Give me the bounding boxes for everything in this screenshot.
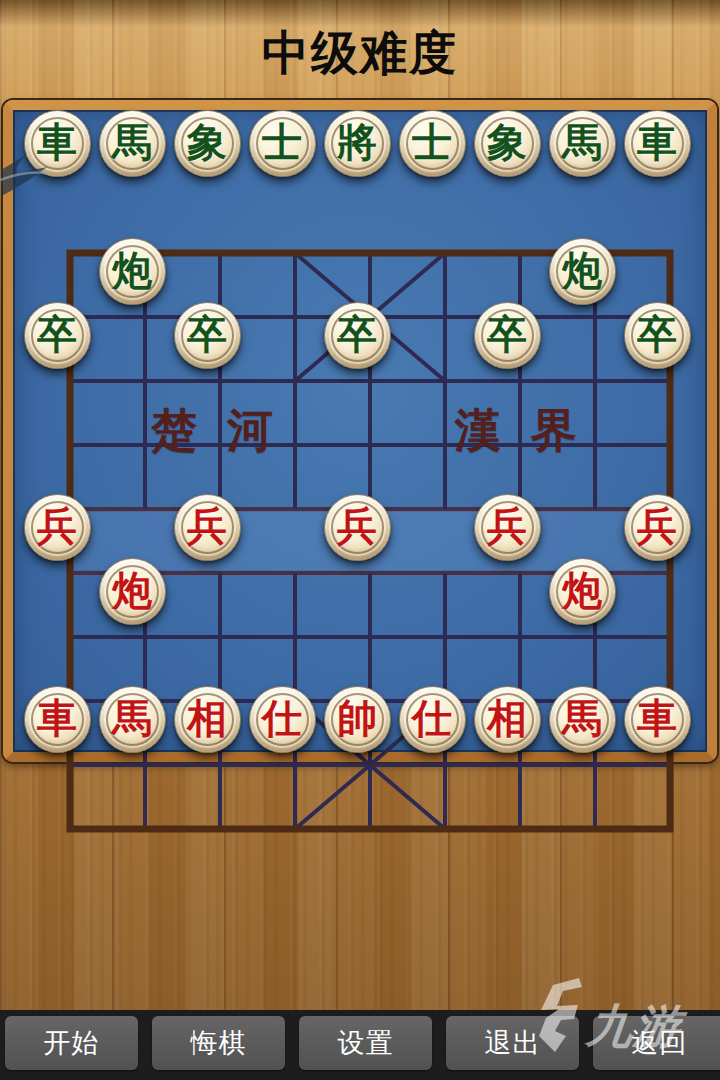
piece-black-士[interactable]: 士 [399, 110, 466, 177]
bottom-toolbar: 开始 悔棋 设置 退出 返回 [0, 1010, 720, 1080]
piece-red-兵[interactable]: 兵 [24, 494, 91, 561]
piece-red-兵[interactable]: 兵 [474, 494, 541, 561]
piece-glyph: 象 [175, 111, 240, 176]
piece-glyph: 仕 [250, 687, 315, 752]
piece-glyph: 炮 [550, 239, 615, 304]
piece-red-車[interactable]: 車 [24, 686, 91, 753]
piece-black-馬[interactable]: 馬 [99, 110, 166, 177]
piece-glyph: 卒 [175, 303, 240, 368]
river-label-left: 楚河 [121, 400, 303, 462]
piece-red-相[interactable]: 相 [474, 686, 541, 753]
piece-red-相[interactable]: 相 [174, 686, 241, 753]
piece-glyph: 炮 [550, 559, 615, 624]
back-button[interactable]: 返回 [593, 1016, 720, 1070]
piece-red-兵[interactable]: 兵 [174, 494, 241, 561]
piece-glyph: 兵 [625, 495, 690, 560]
piece-glyph: 車 [25, 687, 90, 752]
piece-black-卒[interactable]: 卒 [474, 302, 541, 369]
piece-glyph: 兵 [475, 495, 540, 560]
piece-glyph: 帥 [325, 687, 390, 752]
piece-red-車[interactable]: 車 [624, 686, 691, 753]
piece-glyph: 馬 [550, 111, 615, 176]
piece-glyph: 車 [625, 111, 690, 176]
piece-glyph: 士 [400, 111, 465, 176]
piece-black-象[interactable]: 象 [174, 110, 241, 177]
settings-button[interactable]: 设置 [299, 1016, 432, 1070]
piece-glyph: 卒 [325, 303, 390, 368]
piece-black-車[interactable]: 車 [624, 110, 691, 177]
piece-red-兵[interactable]: 兵 [624, 494, 691, 561]
piece-glyph: 將 [325, 111, 390, 176]
piece-glyph: 車 [625, 687, 690, 752]
piece-black-卒[interactable]: 卒 [624, 302, 691, 369]
xiangqi-board[interactable]: 楚河 漢界 車馬象士將士象馬車炮炮卒卒卒卒卒兵兵兵兵兵炮炮車馬相仕帥仕相馬車 [3, 100, 717, 762]
piece-glyph: 卒 [625, 303, 690, 368]
piece-black-馬[interactable]: 馬 [549, 110, 616, 177]
piece-glyph: 炮 [100, 239, 165, 304]
piece-red-馬[interactable]: 馬 [549, 686, 616, 753]
piece-black-炮[interactable]: 炮 [99, 238, 166, 305]
piece-glyph: 兵 [25, 495, 90, 560]
piece-black-卒[interactable]: 卒 [174, 302, 241, 369]
piece-glyph: 馬 [550, 687, 615, 752]
piece-black-士[interactable]: 士 [249, 110, 316, 177]
piece-black-將[interactable]: 將 [324, 110, 391, 177]
piece-red-兵[interactable]: 兵 [324, 494, 391, 561]
piece-red-炮[interactable]: 炮 [99, 558, 166, 625]
difficulty-title: 中级难度 [0, 22, 720, 85]
piece-glyph: 士 [250, 111, 315, 176]
piece-red-馬[interactable]: 馬 [99, 686, 166, 753]
piece-glyph: 仕 [400, 687, 465, 752]
start-button[interactable]: 开始 [5, 1016, 138, 1070]
piece-glyph: 馬 [100, 111, 165, 176]
piece-glyph: 卒 [475, 303, 540, 368]
piece-red-仕[interactable]: 仕 [399, 686, 466, 753]
piece-black-卒[interactable]: 卒 [24, 302, 91, 369]
piece-glyph: 兵 [325, 495, 390, 560]
piece-glyph: 炮 [100, 559, 165, 624]
river-label-right: 漢界 [425, 400, 607, 462]
piece-glyph: 相 [175, 687, 240, 752]
piece-glyph: 相 [475, 687, 540, 752]
piece-red-仕[interactable]: 仕 [249, 686, 316, 753]
piece-glyph: 象 [475, 111, 540, 176]
piece-red-帥[interactable]: 帥 [324, 686, 391, 753]
piece-glyph: 兵 [175, 495, 240, 560]
piece-black-象[interactable]: 象 [474, 110, 541, 177]
exit-button[interactable]: 退出 [446, 1016, 579, 1070]
xiangqi-app-screen: 中级难度 [0, 0, 720, 1080]
undo-button[interactable]: 悔棋 [152, 1016, 285, 1070]
piece-black-卒[interactable]: 卒 [324, 302, 391, 369]
piece-glyph: 馬 [100, 687, 165, 752]
piece-red-炮[interactable]: 炮 [549, 558, 616, 625]
piece-black-炮[interactable]: 炮 [549, 238, 616, 305]
move-indicator-arrow [0, 148, 48, 204]
piece-glyph: 卒 [25, 303, 90, 368]
